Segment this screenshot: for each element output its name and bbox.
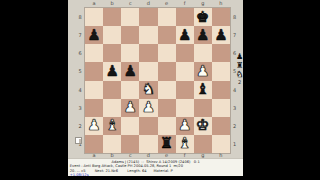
square-g4[interactable]: ♝: [194, 81, 212, 99]
chess-gui-frame: abcdefgh 87654321 ♚♟♟♟♟♟♟♟♞♝♟♟♟♝♟♚♜♝ 876…: [68, 0, 243, 176]
square-e5[interactable]: [158, 62, 176, 80]
square-a2[interactable]: ♟: [85, 117, 103, 135]
square-c8[interactable]: [121, 8, 139, 26]
square-g1[interactable]: [194, 135, 212, 153]
square-f4[interactable]: [176, 81, 194, 99]
square-g6[interactable]: [194, 44, 212, 62]
material-glyph: ♟: [236, 52, 243, 61]
square-b6[interactable]: [103, 44, 121, 62]
piece-wK-g2[interactable]: ♚: [194, 117, 212, 135]
side-widget-box[interactable]: [75, 137, 82, 144]
square-b5[interactable]: ♟: [103, 62, 121, 80]
square-g7[interactable]: ♟: [194, 26, 212, 44]
square-h5[interactable]: [212, 62, 230, 80]
chess-board[interactable]: ♚♟♟♟♟♟♟♟♞♝♟♟♟♝♟♚♜♝: [85, 8, 230, 153]
piece-bR-e1[interactable]: ♜: [158, 135, 176, 153]
square-d7[interactable]: [139, 26, 157, 44]
square-f5[interactable]: [176, 62, 194, 80]
square-e1[interactable]: ♜: [158, 135, 176, 153]
square-f8[interactable]: [176, 8, 194, 26]
square-a1[interactable]: [85, 135, 103, 153]
piece-bP-h7[interactable]: ♟: [212, 26, 230, 44]
square-a4[interactable]: [85, 81, 103, 99]
piece-bK-g8[interactable]: ♚: [194, 8, 212, 26]
rank-label-2: 2: [76, 117, 84, 135]
square-a8[interactable]: [85, 8, 103, 26]
square-b3[interactable]: [103, 99, 121, 117]
square-h3[interactable]: [212, 99, 230, 117]
square-f7[interactable]: ♟: [176, 26, 194, 44]
piece-bP-c5[interactable]: ♟: [121, 62, 139, 80]
rank-label-2: 2: [231, 117, 238, 135]
file-label-b: b: [103, 1, 121, 6]
square-f3[interactable]: [176, 99, 194, 117]
square-f2[interactable]: ♟: [176, 117, 194, 135]
piece-wP-a2[interactable]: ♟: [85, 117, 103, 135]
square-b1[interactable]: [103, 135, 121, 153]
square-c7[interactable]: [121, 26, 139, 44]
piece-wP-f2[interactable]: ♟: [176, 117, 194, 135]
piece-bP-f7[interactable]: ♟: [176, 26, 194, 44]
file-label-a: a: [85, 1, 103, 6]
square-d4[interactable]: ♞: [139, 81, 157, 99]
square-g5[interactable]: ♟: [194, 62, 212, 80]
square-b8[interactable]: [103, 8, 121, 26]
square-h7[interactable]: ♟: [212, 26, 230, 44]
square-b2[interactable]: ♝: [103, 117, 121, 135]
material-glyph: ♜: [236, 61, 243, 70]
piece-bP-a7[interactable]: ♟: [85, 26, 103, 44]
caption-panel: Adams J (2145) -- Shirov A 14/2009 (2406…: [68, 158, 243, 176]
square-e8[interactable]: [158, 8, 176, 26]
rank-label-1: 1: [231, 135, 238, 153]
file-label-e: e: [158, 1, 176, 6]
piece-bP-b5[interactable]: ♟: [103, 62, 121, 80]
square-h6[interactable]: [212, 44, 230, 62]
square-h8[interactable]: [212, 8, 230, 26]
material-strip: ♟♜♞2: [236, 52, 243, 85]
rank-label-8: 8: [76, 8, 84, 26]
file-label-f: f: [176, 1, 194, 6]
square-f1[interactable]: ♝: [176, 135, 194, 153]
square-c3[interactable]: ♟: [121, 99, 139, 117]
square-c1[interactable]: [121, 135, 139, 153]
square-g3[interactable]: [194, 99, 212, 117]
piece-bB-g4[interactable]: ♝: [194, 81, 212, 99]
square-e7[interactable]: [158, 26, 176, 44]
rank-label-6: 6: [76, 44, 84, 62]
square-e6[interactable]: [158, 44, 176, 62]
square-a5[interactable]: [85, 62, 103, 80]
square-f6[interactable]: [176, 44, 194, 62]
square-d6[interactable]: [139, 44, 157, 62]
engine-eval-line[interactable]: +1.08/12s: [68, 172, 243, 176]
square-e4[interactable]: [158, 81, 176, 99]
file-label-g: g: [194, 1, 212, 6]
square-g8[interactable]: ♚: [194, 8, 212, 26]
square-d5[interactable]: [139, 62, 157, 80]
square-d2[interactable]: [139, 117, 157, 135]
square-e3[interactable]: [158, 99, 176, 117]
square-d3[interactable]: ♟: [139, 99, 157, 117]
rank-labels-left: 87654321: [76, 8, 84, 153]
square-c2[interactable]: [121, 117, 139, 135]
square-h1[interactable]: [212, 135, 230, 153]
rank-label-5: 5: [76, 62, 84, 80]
square-c6[interactable]: [121, 44, 139, 62]
material-glyph: ♞: [236, 70, 243, 79]
rank-label-7: 7: [76, 26, 84, 44]
material-glyph: 2: [238, 79, 241, 85]
square-h2[interactable]: [212, 117, 230, 135]
square-e2[interactable]: [158, 117, 176, 135]
square-c5[interactable]: ♟: [121, 62, 139, 80]
square-b7[interactable]: [103, 26, 121, 44]
piece-wP-c3[interactable]: ♟: [121, 99, 139, 117]
square-c4[interactable]: [121, 81, 139, 99]
piece-wB-f1[interactable]: ♝: [176, 135, 194, 153]
file-label-h: h: [212, 1, 230, 6]
square-d8[interactable]: [139, 8, 157, 26]
square-a6[interactable]: [85, 44, 103, 62]
piece-wN-d4[interactable]: ♞: [139, 81, 157, 99]
piece-wB-b2[interactable]: ♝: [103, 117, 121, 135]
rank-label-4: 4: [76, 81, 84, 99]
piece-wP-d3[interactable]: ♟: [139, 99, 157, 117]
square-d1[interactable]: [139, 135, 157, 153]
square-a3[interactable]: [85, 99, 103, 117]
file-labels-top: abcdefgh: [85, 1, 230, 6]
file-label-d: d: [139, 1, 157, 6]
square-b4[interactable]: [103, 81, 121, 99]
square-g2[interactable]: ♚: [194, 117, 212, 135]
rank-label-8: 8: [231, 8, 238, 26]
square-h4[interactable]: [212, 81, 230, 99]
file-label-c: c: [121, 1, 139, 6]
square-a7[interactable]: ♟: [85, 26, 103, 44]
rank-label-7: 7: [231, 26, 238, 44]
rank-label-3: 3: [76, 99, 84, 117]
piece-bP-g7[interactable]: ♟: [194, 26, 212, 44]
rank-label-3: 3: [231, 99, 238, 117]
piece-wP-g5[interactable]: ♟: [194, 62, 212, 80]
